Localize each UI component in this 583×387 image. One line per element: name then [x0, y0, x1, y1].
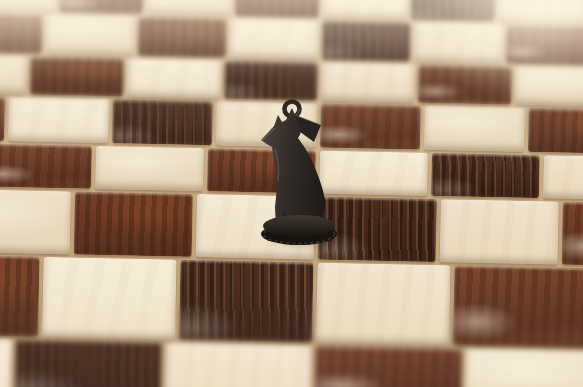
square-r5-c2[interactable] — [8, 97, 109, 143]
square-r5-c3[interactable] — [112, 99, 213, 145]
square-r7-c1[interactable] — [0, 13, 43, 54]
square-r2-c2[interactable] — [42, 257, 177, 340]
square-r4-c6[interactable] — [543, 155, 583, 200]
square-r8-c2[interactable] — [59, 0, 144, 14]
square-r1-c5[interactable] — [465, 349, 583, 387]
photo-frame — [0, 0, 583, 387]
square-r4-c5[interactable] — [431, 153, 540, 198]
square-r4-c1[interactable] — [0, 144, 92, 189]
square-r8-c7[interactable] — [499, 0, 583, 23]
square-r2-c5[interactable] — [453, 265, 583, 348]
square-r6-c2[interactable] — [30, 57, 124, 97]
fox-figurine-piece[interactable] — [248, 85, 348, 255]
square-r6-c3[interactable] — [127, 59, 221, 99]
square-r7-c2[interactable] — [46, 15, 135, 56]
square-r3-c5[interactable] — [440, 199, 559, 264]
board-rows — [4, 0, 583, 6]
square-r8-c6[interactable] — [411, 0, 496, 21]
square-r7-c3[interactable] — [138, 17, 227, 58]
square-r2-c4[interactable] — [316, 263, 451, 346]
square-r6-c7[interactable] — [515, 67, 583, 107]
square-r1-c3[interactable] — [165, 342, 312, 387]
square-r2-c3[interactable] — [179, 260, 314, 343]
square-r5-c7[interactable] — [528, 108, 583, 154]
square-r6-c6[interactable] — [418, 65, 512, 105]
square-r1-c1[interactable] — [0, 336, 12, 387]
square-r6-c1[interactable] — [0, 54, 27, 94]
square-r8-c3[interactable] — [147, 0, 232, 16]
square-r8-c1[interactable] — [0, 0, 55, 12]
square-r4-c2[interactable] — [95, 146, 204, 191]
square-r8-c5[interactable] — [323, 0, 408, 19]
board-row-2 — [0, 256, 582, 351]
square-r7-c4[interactable] — [230, 19, 319, 60]
square-r1-c2[interactable] — [15, 339, 162, 387]
square-r7-c6[interactable] — [414, 23, 503, 64]
square-r3-c2[interactable] — [74, 191, 193, 256]
piece-base — [263, 215, 335, 237]
square-r7-c5[interactable] — [322, 21, 411, 62]
square-r1-c4[interactable] — [315, 346, 462, 387]
square-r7-c7[interactable] — [506, 24, 583, 65]
square-r2-c1[interactable] — [0, 254, 40, 337]
square-r8-c4[interactable] — [235, 0, 320, 18]
square-r3-c6[interactable] — [562, 202, 583, 267]
square-r3-c1[interactable] — [0, 189, 71, 254]
square-r5-c1[interactable] — [0, 95, 5, 141]
square-r5-c6[interactable] — [424, 106, 525, 152]
